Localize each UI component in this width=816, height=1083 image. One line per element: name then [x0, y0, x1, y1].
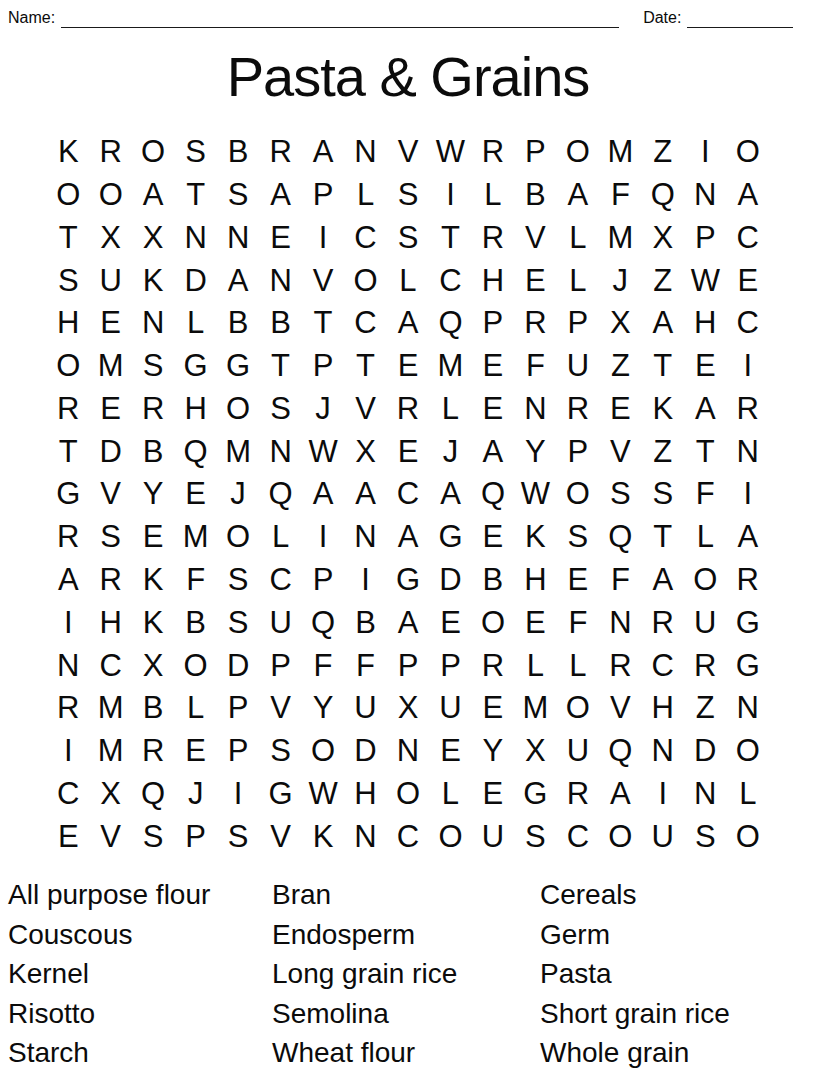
date-blank-line: [687, 10, 793, 28]
grid-cell-r3c1: T: [47, 217, 89, 260]
grid-cell-r13c12: L: [514, 644, 556, 687]
grid-cell-r14c7: Y: [302, 687, 344, 730]
grid-cell-r16c8: H: [344, 772, 386, 815]
grid-cell-r14c14: V: [599, 687, 641, 730]
grid-cell-r12c2: H: [89, 601, 131, 644]
grid-cell-r15c15: N: [642, 730, 684, 773]
grid-cell-r6c1: O: [47, 345, 89, 388]
grid-cell-r10c1: R: [47, 516, 89, 559]
grid-cell-r3c4: N: [174, 217, 216, 260]
word-list-item: Semolina: [272, 994, 536, 1034]
grid-cell-r3c12: V: [514, 217, 556, 260]
grid-cell-r12c17: G: [727, 601, 769, 644]
grid-cell-r2c2: O: [89, 174, 131, 217]
grid-cell-r11c3: K: [132, 559, 174, 602]
grid-cell-r1c4: S: [174, 131, 216, 174]
grid-cell-r13c4: O: [174, 644, 216, 687]
grid-cell-r11c17: R: [727, 559, 769, 602]
grid-cell-r8c16: T: [684, 430, 726, 473]
grid-cell-r1c12: P: [514, 131, 556, 174]
grid-cell-r5c2: E: [89, 302, 131, 345]
grid-cell-r11c1: A: [47, 559, 89, 602]
grid-cell-r8c17: N: [727, 430, 769, 473]
grid-cell-r5c16: H: [684, 302, 726, 345]
grid-cell-r7c16: A: [684, 388, 726, 431]
grid-cell-r5c3: N: [132, 302, 174, 345]
grid-cell-r13c1: N: [47, 644, 89, 687]
grid-cell-r10c14: Q: [599, 516, 641, 559]
grid-cell-r9c13: O: [557, 473, 599, 516]
grid-cell-r5c12: R: [514, 302, 556, 345]
grid-cell-r9c4: E: [174, 473, 216, 516]
grid-cell-r10c10: G: [429, 516, 471, 559]
grid-cell-r5c4: L: [174, 302, 216, 345]
grid-cell-r7c11: E: [472, 388, 514, 431]
grid-cell-r6c3: S: [132, 345, 174, 388]
grid-cell-r8c11: A: [472, 430, 514, 473]
grid-cell-r11c2: R: [89, 559, 131, 602]
grid-cell-r15c8: D: [344, 730, 386, 773]
grid-cell-r6c2: M: [89, 345, 131, 388]
grid-cell-r3c5: N: [217, 217, 259, 260]
grid-cell-r3c17: C: [727, 217, 769, 260]
grid-cell-r10c15: T: [642, 516, 684, 559]
grid-cell-r8c10: J: [429, 430, 471, 473]
grid-cell-r9c11: Q: [472, 473, 514, 516]
grid-cell-r1c14: M: [599, 131, 641, 174]
grid-cell-r10c6: L: [259, 516, 301, 559]
grid-cell-r1c8: N: [344, 131, 386, 174]
grid-cell-r1c16: I: [684, 131, 726, 174]
grid-cell-r4c16: W: [684, 259, 726, 302]
grid-cell-r11c12: H: [514, 559, 556, 602]
word-list: All purpose flourCouscousKernelRisottoSt…: [0, 875, 816, 1075]
grid-cell-r16c13: R: [557, 772, 599, 815]
grid-cell-r17c6: V: [259, 815, 301, 858]
word-list-column-3: CerealsGermPastaShort grain riceWhole gr…: [540, 875, 810, 1073]
grid-cell-r7c17: R: [727, 388, 769, 431]
grid-cell-r8c8: X: [344, 430, 386, 473]
grid-cell-r13c11: R: [472, 644, 514, 687]
grid-cell-r16c17: L: [727, 772, 769, 815]
grid-cell-r11c15: A: [642, 559, 684, 602]
grid-cell-r13c13: L: [557, 644, 599, 687]
grid-cell-r15c4: E: [174, 730, 216, 773]
grid-cell-r2c4: T: [174, 174, 216, 217]
word-list-column-2: BranEndospermLong grain riceSemolinaWhea…: [272, 875, 536, 1073]
grid-cell-r8c2: D: [89, 430, 131, 473]
grid-cell-r14c1: R: [47, 687, 89, 730]
grid-cell-r2c1: O: [47, 174, 89, 217]
grid-cell-r3c7: I: [302, 217, 344, 260]
grid-cell-r2c13: A: [557, 174, 599, 217]
grid-cell-r6c16: E: [684, 345, 726, 388]
grid-cell-r17c3: S: [132, 815, 174, 858]
grid-cell-r2c10: I: [429, 174, 471, 217]
grid-cell-r13c5: D: [217, 644, 259, 687]
grid-cell-r7c1: R: [47, 388, 89, 431]
grid-cell-r11c7: P: [302, 559, 344, 602]
grid-cell-r11c11: B: [472, 559, 514, 602]
grid-cell-r2c7: P: [302, 174, 344, 217]
grid-cell-r16c4: J: [174, 772, 216, 815]
grid-cell-r4c1: S: [47, 259, 89, 302]
grid-cell-r12c15: R: [642, 601, 684, 644]
grid-cell-r12c16: U: [684, 601, 726, 644]
grid-cell-r6c14: Z: [599, 345, 641, 388]
grid-cell-r5c14: X: [599, 302, 641, 345]
grid-cell-r9c14: S: [599, 473, 641, 516]
grid-cell-r3c8: C: [344, 217, 386, 260]
grid-cell-r10c5: O: [217, 516, 259, 559]
grid-cell-r4c8: O: [344, 259, 386, 302]
grid-cell-r5c17: C: [727, 302, 769, 345]
grid-cell-r14c2: M: [89, 687, 131, 730]
word-list-item: Long grain rice: [272, 954, 536, 994]
grid-cell-r12c9: A: [387, 601, 429, 644]
grid-cell-r7c7: J: [302, 388, 344, 431]
grid-cell-r1c9: V: [387, 131, 429, 174]
grid-cell-r15c6: S: [259, 730, 301, 773]
grid-cell-r10c2: S: [89, 516, 131, 559]
grid-cell-r15c16: D: [684, 730, 726, 773]
grid-cell-r11c13: E: [557, 559, 599, 602]
grid-cell-r16c5: I: [217, 772, 259, 815]
grid-cell-r7c14: E: [599, 388, 641, 431]
grid-cell-r6c8: T: [344, 345, 386, 388]
grid-cell-r8c5: M: [217, 430, 259, 473]
grid-cell-r13c14: R: [599, 644, 641, 687]
grid-cell-r5c5: B: [217, 302, 259, 345]
grid-cell-r14c13: O: [557, 687, 599, 730]
grid-cell-r7c10: L: [429, 388, 471, 431]
grid-cell-r9c10: A: [429, 473, 471, 516]
grid-cell-r15c14: Q: [599, 730, 641, 773]
grid-cell-r7c12: N: [514, 388, 556, 431]
grid-cell-r12c6: U: [259, 601, 301, 644]
grid-cell-r16c14: A: [599, 772, 641, 815]
grid-cell-r17c10: O: [429, 815, 471, 858]
grid-cell-r11c8: I: [344, 559, 386, 602]
grid-cell-r12c12: E: [514, 601, 556, 644]
grid-cell-r8c15: Z: [642, 430, 684, 473]
grid-cell-r16c10: L: [429, 772, 471, 815]
grid-cell-r10c16: L: [684, 516, 726, 559]
grid-cell-r2c14: F: [599, 174, 641, 217]
word-list-item: Cereals: [540, 875, 810, 915]
grid-cell-r5c9: A: [387, 302, 429, 345]
grid-cell-r13c10: P: [429, 644, 471, 687]
grid-cell-r17c11: U: [472, 815, 514, 858]
word-list-item: Couscous: [8, 915, 268, 955]
grid-cell-r6c15: T: [642, 345, 684, 388]
grid-cell-r17c4: P: [174, 815, 216, 858]
grid-cell-r8c12: Y: [514, 430, 556, 473]
grid-cell-r17c1: E: [47, 815, 89, 858]
grid-cell-r11c6: C: [259, 559, 301, 602]
grid-cell-r16c1: C: [47, 772, 89, 815]
grid-cell-r12c11: O: [472, 601, 514, 644]
grid-cell-r7c4: H: [174, 388, 216, 431]
grid-cell-r1c5: B: [217, 131, 259, 174]
grid-cell-r13c6: P: [259, 644, 301, 687]
grid-cell-r17c16: S: [684, 815, 726, 858]
grid-cell-r10c9: A: [387, 516, 429, 559]
word-search-grid: KROSBRANVWRPOMZIOOOATSAPLSILBAFQNATXXNNE…: [47, 131, 769, 858]
grid-cell-r15c13: U: [557, 730, 599, 773]
grid-cell-r4c17: E: [727, 259, 769, 302]
grid-cell-r3c16: P: [684, 217, 726, 260]
grid-cell-r15c7: O: [302, 730, 344, 773]
grid-cell-r11c14: F: [599, 559, 641, 602]
grid-cell-r16c11: E: [472, 772, 514, 815]
grid-cell-r4c4: D: [174, 259, 216, 302]
grid-cell-r16c2: X: [89, 772, 131, 815]
grid-cell-r16c3: Q: [132, 772, 174, 815]
grid-cell-r7c13: R: [557, 388, 599, 431]
word-list-column-1: All purpose flourCouscousKernelRisottoSt…: [8, 875, 268, 1073]
grid-cell-r15c5: P: [217, 730, 259, 773]
word-list-item: Pasta: [540, 954, 810, 994]
grid-cell-r15c11: Y: [472, 730, 514, 773]
grid-cell-r14c5: P: [217, 687, 259, 730]
grid-cell-r13c15: C: [642, 644, 684, 687]
grid-cell-r9c15: S: [642, 473, 684, 516]
grid-cell-r9c1: G: [47, 473, 89, 516]
word-list-item: Whole grain: [540, 1033, 810, 1073]
grid-cell-r14c6: V: [259, 687, 301, 730]
grid-cell-r14c17: N: [727, 687, 769, 730]
name-label: Name:: [8, 8, 55, 28]
grid-cell-r8c3: B: [132, 430, 174, 473]
grid-cell-r17c9: C: [387, 815, 429, 858]
grid-cell-r8c13: P: [557, 430, 599, 473]
grid-cell-r3c9: S: [387, 217, 429, 260]
grid-cell-r4c2: U: [89, 259, 131, 302]
grid-cell-r14c15: H: [642, 687, 684, 730]
grid-cell-r6c12: F: [514, 345, 556, 388]
grid-cell-r4c7: V: [302, 259, 344, 302]
grid-cell-r17c2: V: [89, 815, 131, 858]
grid-cell-r8c4: Q: [174, 430, 216, 473]
grid-cell-r1c11: R: [472, 131, 514, 174]
grid-cell-r13c8: F: [344, 644, 386, 687]
grid-cell-r7c6: S: [259, 388, 301, 431]
grid-cell-r2c17: A: [727, 174, 769, 217]
grid-cell-r9c9: C: [387, 473, 429, 516]
grid-cell-r6c4: G: [174, 345, 216, 388]
header: Name: Date:: [8, 6, 810, 28]
grid-cell-r7c15: K: [642, 388, 684, 431]
grid-cell-r2c6: A: [259, 174, 301, 217]
grid-cell-r3c15: X: [642, 217, 684, 260]
grid-cell-r17c7: K: [302, 815, 344, 858]
grid-cell-r11c4: F: [174, 559, 216, 602]
grid-cell-r9c8: A: [344, 473, 386, 516]
grid-cell-r16c12: G: [514, 772, 556, 815]
grid-cell-r1c13: O: [557, 131, 599, 174]
grid-cell-r6c9: E: [387, 345, 429, 388]
grid-cell-r8c1: T: [47, 430, 89, 473]
grid-cell-r8c6: N: [259, 430, 301, 473]
grid-cell-r12c5: S: [217, 601, 259, 644]
grid-cell-r10c8: N: [344, 516, 386, 559]
grid-cell-r4c6: N: [259, 259, 301, 302]
grid-cell-r1c1: K: [47, 131, 89, 174]
word-list-item: Starch: [8, 1033, 268, 1073]
grid-cell-r8c7: W: [302, 430, 344, 473]
grid-cell-r3c2: X: [89, 217, 131, 260]
grid-cell-r10c13: S: [557, 516, 599, 559]
grid-cell-r15c12: X: [514, 730, 556, 773]
name-blank-line: [61, 10, 619, 28]
grid-cell-r4c5: A: [217, 259, 259, 302]
grid-cell-r2c11: L: [472, 174, 514, 217]
grid-cell-r2c3: A: [132, 174, 174, 217]
grid-cell-r9c12: W: [514, 473, 556, 516]
grid-cell-r7c5: O: [217, 388, 259, 431]
word-list-item: Kernel: [8, 954, 268, 994]
grid-cell-r17c8: N: [344, 815, 386, 858]
grid-cell-r2c5: S: [217, 174, 259, 217]
grid-cell-r11c9: G: [387, 559, 429, 602]
grid-cell-r13c7: F: [302, 644, 344, 687]
grid-cell-r14c9: X: [387, 687, 429, 730]
grid-cell-r9c16: F: [684, 473, 726, 516]
grid-cell-r12c14: N: [599, 601, 641, 644]
grid-cell-r5c1: H: [47, 302, 89, 345]
grid-cell-r7c2: E: [89, 388, 131, 431]
grid-cell-r16c6: G: [259, 772, 301, 815]
grid-cell-r13c3: X: [132, 644, 174, 687]
grid-cell-r17c17: O: [727, 815, 769, 858]
grid-cell-r8c9: E: [387, 430, 429, 473]
grid-cell-r11c10: D: [429, 559, 471, 602]
grid-cell-r6c6: T: [259, 345, 301, 388]
grid-cell-r14c16: Z: [684, 687, 726, 730]
grid-cell-r9c2: V: [89, 473, 131, 516]
grid-cell-r15c10: E: [429, 730, 471, 773]
grid-cell-r6c5: G: [217, 345, 259, 388]
grid-cell-r15c17: O: [727, 730, 769, 773]
grid-cell-r13c2: C: [89, 644, 131, 687]
grid-cell-r16c7: W: [302, 772, 344, 815]
grid-cell-r14c10: U: [429, 687, 471, 730]
grid-cell-r14c3: B: [132, 687, 174, 730]
grid-cell-r17c14: O: [599, 815, 641, 858]
grid-cell-r11c5: S: [217, 559, 259, 602]
grid-cell-r3c3: X: [132, 217, 174, 260]
grid-cell-r15c2: M: [89, 730, 131, 773]
grid-cell-r12c1: I: [47, 601, 89, 644]
grid-cell-r2c15: Q: [642, 174, 684, 217]
grid-cell-r15c1: I: [47, 730, 89, 773]
grid-cell-r12c13: F: [557, 601, 599, 644]
grid-cell-r7c8: V: [344, 388, 386, 431]
grid-cell-r14c12: M: [514, 687, 556, 730]
grid-cell-r6c17: I: [727, 345, 769, 388]
grid-cell-r13c16: R: [684, 644, 726, 687]
grid-cell-r11c16: O: [684, 559, 726, 602]
grid-cell-r4c10: C: [429, 259, 471, 302]
grid-cell-r5c10: Q: [429, 302, 471, 345]
grid-cell-r17c13: C: [557, 815, 599, 858]
grid-cell-r14c11: E: [472, 687, 514, 730]
grid-cell-r3c10: T: [429, 217, 471, 260]
grid-cell-r13c9: P: [387, 644, 429, 687]
grid-cell-r1c7: A: [302, 131, 344, 174]
word-list-item: Endosperm: [272, 915, 536, 955]
grid-cell-r6c11: E: [472, 345, 514, 388]
grid-cell-r17c15: U: [642, 815, 684, 858]
grid-cell-r10c17: A: [727, 516, 769, 559]
grid-cell-r1c6: R: [259, 131, 301, 174]
grid-cell-r12c7: Q: [302, 601, 344, 644]
grid-cell-r4c14: J: [599, 259, 641, 302]
word-list-item: Wheat flour: [272, 1033, 536, 1073]
grid-cell-r9c6: Q: [259, 473, 301, 516]
word-list-item: Risotto: [8, 994, 268, 1034]
grid-cell-r12c3: K: [132, 601, 174, 644]
grid-cell-r9c5: J: [217, 473, 259, 516]
date-label: Date:: [643, 8, 681, 28]
grid-cell-r5c11: P: [472, 302, 514, 345]
page-title: Pasta & Grains: [0, 44, 816, 109]
grid-cell-r4c12: E: [514, 259, 556, 302]
grid-cell-r3c14: M: [599, 217, 641, 260]
grid-cell-r4c15: Z: [642, 259, 684, 302]
grid-cell-r5c13: P: [557, 302, 599, 345]
grid-cell-r15c3: R: [132, 730, 174, 773]
grid-cell-r13c17: G: [727, 644, 769, 687]
grid-cell-r2c12: B: [514, 174, 556, 217]
grid-cell-r10c3: E: [132, 516, 174, 559]
grid-cell-r5c15: A: [642, 302, 684, 345]
grid-cell-r2c16: N: [684, 174, 726, 217]
grid-cell-r2c8: L: [344, 174, 386, 217]
grid-cell-r8c14: V: [599, 430, 641, 473]
grid-cell-r1c15: Z: [642, 131, 684, 174]
grid-cell-r7c3: R: [132, 388, 174, 431]
grid-cell-r5c8: C: [344, 302, 386, 345]
grid-cell-r6c10: M: [429, 345, 471, 388]
grid-cell-r17c5: S: [217, 815, 259, 858]
grid-cell-r9c7: A: [302, 473, 344, 516]
grid-cell-r1c3: O: [132, 131, 174, 174]
grid-cell-r14c8: U: [344, 687, 386, 730]
grid-cell-r2c9: S: [387, 174, 429, 217]
word-list-item: All purpose flour: [8, 875, 268, 915]
grid-cell-r14c4: L: [174, 687, 216, 730]
word-list-item: Bran: [272, 875, 536, 915]
grid-cell-r4c3: K: [132, 259, 174, 302]
grid-cell-r9c3: Y: [132, 473, 174, 516]
grid-cell-r4c9: L: [387, 259, 429, 302]
grid-cell-r4c13: L: [557, 259, 599, 302]
word-list-item: Short grain rice: [540, 994, 810, 1034]
grid-cell-r17c12: S: [514, 815, 556, 858]
grid-cell-r16c9: O: [387, 772, 429, 815]
grid-cell-r5c7: T: [302, 302, 344, 345]
grid-cell-r7c9: R: [387, 388, 429, 431]
grid-cell-r10c12: K: [514, 516, 556, 559]
grid-cell-r9c17: I: [727, 473, 769, 516]
grid-cell-r4c11: H: [472, 259, 514, 302]
grid-cell-r15c9: N: [387, 730, 429, 773]
grid-cell-r12c10: E: [429, 601, 471, 644]
grid-cell-r1c17: O: [727, 131, 769, 174]
word-list-item: Germ: [540, 915, 810, 955]
